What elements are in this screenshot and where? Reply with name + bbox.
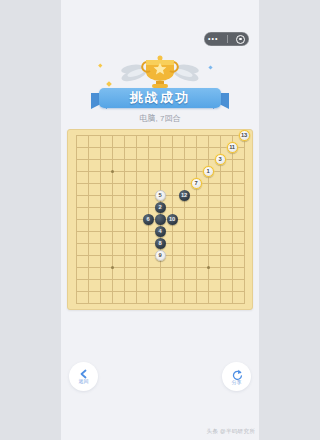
sparkle-icon [98,63,102,67]
stone-2: 2 [155,202,166,213]
back-button[interactable]: 返回 [69,362,98,391]
board-grid: 12345678910111213 [76,135,245,304]
share-button-label: 分享 [232,380,242,385]
star-point [207,266,210,269]
stone-1: 1 [203,166,214,177]
result-banner-title: 挑战成功 [130,89,190,107]
trophy-icon [112,54,208,92]
preplaced-stone [155,214,166,225]
stone-4: 4 [155,226,166,237]
sparkle-icon [106,81,112,87]
close-icon[interactable] [236,35,245,44]
result-banner: 挑战成功 [99,88,221,108]
stone-6: 6 [143,214,154,225]
share-button[interactable]: 分享 [222,362,251,391]
stone-5: 5 [155,190,166,201]
stone-3: 3 [215,154,226,165]
board: 12345678910111213 [67,129,253,310]
share-icon [231,369,243,380]
stone-10: 10 [167,214,178,225]
stone-8: 8 [155,238,166,249]
stone-12: 12 [179,190,190,201]
match-subtitle: 电脑, 7回合 [61,113,259,124]
star-point [111,170,114,173]
star-point [111,266,114,269]
wechat-capsule: ••• [204,32,249,46]
stone-11: 11 [227,142,238,153]
sparkle-icon [208,65,212,69]
watermark: 头条 @半码研究所 [207,428,255,435]
back-button-label: 返回 [79,379,89,384]
app-screen: ••• 挑战成功 电脑, 7回合 [61,0,259,440]
stone-7: 7 [191,178,202,189]
capsule-divider [227,35,228,43]
stone-13: 13 [239,130,250,141]
stone-9: 9 [155,250,166,261]
more-options-icon[interactable]: ••• [208,35,218,42]
